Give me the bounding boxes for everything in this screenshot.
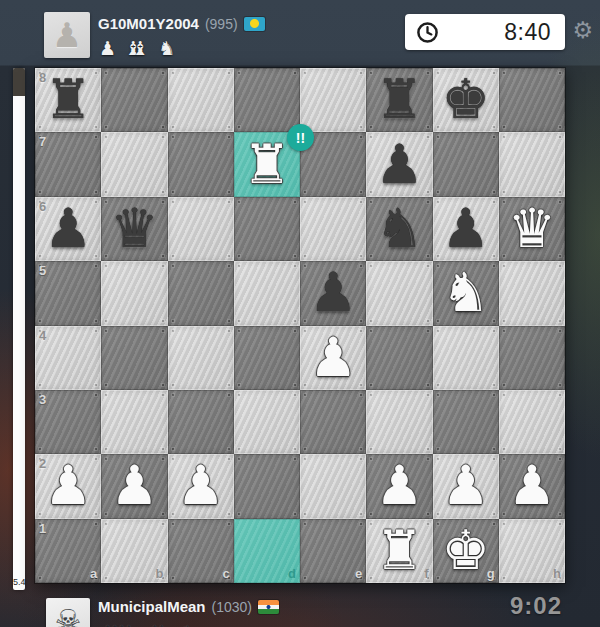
square-f8[interactable]: ♜ <box>366 68 432 132</box>
file-label-f: f <box>424 566 428 581</box>
captured-group: ♝♝ <box>146 620 170 627</box>
square-g6[interactable]: ♟ <box>433 197 499 261</box>
square-d5[interactable] <box>234 261 300 325</box>
white-pawn-c2[interactable]: ♟ <box>176 459 224 513</box>
captured-piece: ♟ <box>120 620 137 627</box>
square-g4[interactable] <box>433 326 499 390</box>
square-b6[interactable]: ♛ <box>101 197 167 261</box>
square-f7[interactable]: ♟ <box>366 132 432 196</box>
square-c8[interactable] <box>168 68 234 132</box>
square-h6[interactable]: ♛ <box>499 197 565 261</box>
captured-piece: ♝ <box>132 36 149 60</box>
file-label-b: b <box>156 566 164 581</box>
square-b7[interactable] <box>101 132 167 196</box>
square-e1[interactable]: e <box>300 519 366 583</box>
square-c2[interactable]: ♟ <box>168 454 234 518</box>
black-pawn-f7[interactable]: ♟ <box>375 138 423 192</box>
square-g5[interactable]: ♞ <box>433 261 499 325</box>
square-d1[interactable]: d <box>234 519 300 583</box>
top-captured-pieces: ♟♝♝♞ <box>99 36 175 60</box>
square-h8[interactable] <box>499 68 565 132</box>
evaluation-bar: 5.4 <box>13 68 25 590</box>
white-pawn-f2[interactable]: ♟ <box>375 459 423 513</box>
square-a3[interactable]: 3 <box>35 390 101 454</box>
square-d8[interactable] <box>234 68 300 132</box>
white-rook-d7[interactable]: ♜ <box>243 138 291 192</box>
square-a6[interactable]: 6♟ <box>35 197 101 261</box>
kazakhstan-flag-icon <box>244 17 265 31</box>
square-f6[interactable]: ♞ <box>366 197 432 261</box>
rank-label-7: 7 <box>39 134 46 149</box>
square-b1[interactable]: b <box>101 519 167 583</box>
top-player-bar: ♟ G10M01Y2004 (995) ♟♝♝♞ 8:40 ⚙ <box>0 0 600 65</box>
clock-icon <box>416 21 439 44</box>
rank-label-5: 5 <box>39 263 46 278</box>
square-h5[interactable] <box>499 261 565 325</box>
white-pawn-a2[interactable]: ♟ <box>44 459 92 513</box>
file-label-a: a <box>90 566 97 581</box>
square-h7[interactable] <box>499 132 565 196</box>
square-a4[interactable]: 4 <box>35 326 101 390</box>
square-h3[interactable] <box>499 390 565 454</box>
white-pawn-g2[interactable]: ♟ <box>441 459 489 513</box>
game-screen: ♟ G10M01Y2004 (995) ♟♝♝♞ 8:40 ⚙ 5.4 8♜♜♚… <box>0 0 600 627</box>
rank-label-3: 3 <box>39 392 46 407</box>
square-g3[interactable] <box>433 390 499 454</box>
square-g1[interactable]: g♚ <box>433 519 499 583</box>
square-g2[interactable]: ♟ <box>433 454 499 518</box>
captured-group: ♟ <box>99 36 116 60</box>
square-e8[interactable] <box>300 68 366 132</box>
captured-group: ♞ <box>179 620 196 627</box>
square-d6[interactable] <box>234 197 300 261</box>
black-king-g8[interactable]: ♚ <box>441 73 489 127</box>
square-f1[interactable]: f♜ <box>366 519 432 583</box>
black-rook-a8[interactable]: ♜ <box>44 73 92 127</box>
square-f4[interactable] <box>366 326 432 390</box>
black-pawn-e5[interactable]: ♟ <box>309 266 357 320</box>
square-h2[interactable]: ♟ <box>499 454 565 518</box>
square-d2[interactable] <box>234 454 300 518</box>
brilliant-move-label: !! <box>296 130 305 146</box>
square-e6[interactable] <box>300 197 366 261</box>
black-knight-f6[interactable]: ♞ <box>375 202 423 256</box>
square-g8[interactable]: ♚ <box>433 68 499 132</box>
captured-piece: ♝ <box>153 620 170 627</box>
bottom-player-name[interactable]: MunicipalMean <box>98 598 206 615</box>
file-label-e: e <box>355 566 362 581</box>
captured-piece: ♞ <box>179 620 196 627</box>
top-player-avatar[interactable]: ♟ <box>44 12 90 58</box>
brilliant-move-badge: !! <box>287 124 314 151</box>
top-clock-time: 8:40 <box>439 19 565 46</box>
square-c1[interactable]: c <box>168 519 234 583</box>
rank-label-1: 1 <box>39 521 46 536</box>
captured-group: ♞ <box>158 36 175 60</box>
bottom-player-name-row: MunicipalMean (1030) <box>98 598 279 615</box>
square-b5[interactable] <box>101 261 167 325</box>
eval-score: 5.4 <box>13 577 25 587</box>
square-b3[interactable] <box>101 390 167 454</box>
square-d4[interactable] <box>234 326 300 390</box>
square-e2[interactable] <box>300 454 366 518</box>
square-c7[interactable] <box>168 132 234 196</box>
skull-avatar-icon: ☠ <box>55 603 82 627</box>
bottom-player-avatar[interactable]: ☠ <box>46 598 90 627</box>
file-label-c: c <box>223 566 230 581</box>
square-f5[interactable] <box>366 261 432 325</box>
black-pawn-g6[interactable]: ♟ <box>441 202 489 256</box>
captured-group: ♟♟♟♟ <box>99 620 137 627</box>
square-a5[interactable]: 5 <box>35 261 101 325</box>
white-pawn-b2[interactable]: ♟ <box>110 459 158 513</box>
black-queen-b6[interactable]: ♛ <box>110 202 158 256</box>
square-e3[interactable] <box>300 390 366 454</box>
top-player-rating: (995) <box>205 16 238 32</box>
white-pawn-e4[interactable]: ♟ <box>309 331 357 385</box>
square-b2[interactable]: ♟ <box>101 454 167 518</box>
square-c5[interactable] <box>168 261 234 325</box>
captured-piece: ♟ <box>99 36 116 60</box>
captured-piece: ♞ <box>158 36 175 60</box>
top-player-clock: 8:40 <box>405 14 565 50</box>
square-h4[interactable] <box>499 326 565 390</box>
square-h1[interactable]: h <box>499 519 565 583</box>
rank-label-4: 4 <box>39 328 46 343</box>
white-king-g1[interactable]: ♚ <box>441 524 489 578</box>
square-f2[interactable]: ♟ <box>366 454 432 518</box>
pawn-avatar-icon: ♟ <box>52 15 82 55</box>
white-queen-h6[interactable]: ♛ <box>508 202 556 256</box>
square-f3[interactable] <box>366 390 432 454</box>
eval-black-portion <box>13 68 25 96</box>
square-g7[interactable] <box>433 132 499 196</box>
black-rook-f8[interactable]: ♜ <box>375 73 423 127</box>
white-pawn-h2[interactable]: ♟ <box>508 459 556 513</box>
file-label-h: h <box>553 566 561 581</box>
bottom-captured-pieces: ♟♟♟♟♝♝♞+3 <box>99 620 222 627</box>
square-a8[interactable]: 8♜ <box>35 68 101 132</box>
square-a7[interactable]: 7 <box>35 132 101 196</box>
bottom-player-rating: (1030) <box>212 599 252 615</box>
material-score: +3 <box>207 622 222 627</box>
square-e5[interactable]: ♟ <box>300 261 366 325</box>
square-e4[interactable]: ♟ <box>300 326 366 390</box>
white-rook-f1[interactable]: ♜ <box>375 524 423 578</box>
square-b8[interactable] <box>101 68 167 132</box>
top-player-name-row: G10M01Y2004 (995) <box>98 15 265 32</box>
india-flag-icon <box>258 600 279 614</box>
top-player-name[interactable]: G10M01Y2004 <box>98 15 199 32</box>
square-c3[interactable] <box>168 390 234 454</box>
bottom-player-clock: 9:02 <box>510 592 562 620</box>
white-knight-g5[interactable]: ♞ <box>441 266 489 320</box>
square-b4[interactable] <box>101 326 167 390</box>
square-c4[interactable] <box>168 326 234 390</box>
square-d3[interactable] <box>234 390 300 454</box>
square-c6[interactable] <box>168 197 234 261</box>
captured-group: ♝♝ <box>125 36 149 60</box>
black-pawn-a6[interactable]: ♟ <box>44 202 92 256</box>
square-a1[interactable]: 1a <box>35 519 101 583</box>
square-a2[interactable]: 2♟ <box>35 454 101 518</box>
settings-gear-icon[interactable]: ⚙ <box>572 19 593 42</box>
file-label-d: d <box>288 566 296 581</box>
